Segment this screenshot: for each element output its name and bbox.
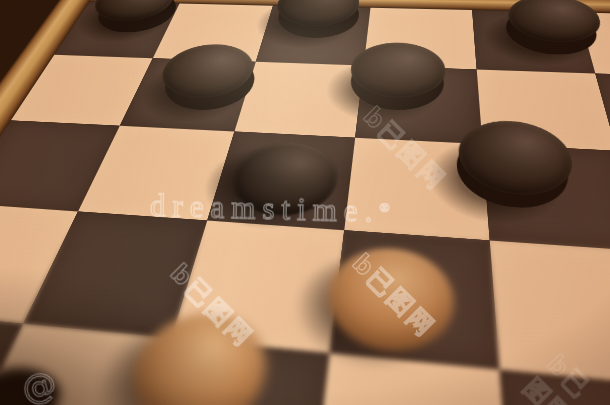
checkers-photo-stage: dreamstime.® b已图网 b已图网 b已图网 b已图网 @ <box>0 0 610 405</box>
black-checker-piece[interactable] <box>455 135 574 215</box>
brown-checker-piece[interactable] <box>322 245 455 357</box>
board-square[interactable] <box>490 240 610 387</box>
black-checker-piece[interactable] <box>155 58 261 115</box>
black-checker-piece[interactable] <box>273 0 362 43</box>
black-checker-piece[interactable] <box>503 10 603 60</box>
black-checker-piece[interactable] <box>347 57 444 116</box>
checkers-board[interactable] <box>0 0 610 405</box>
